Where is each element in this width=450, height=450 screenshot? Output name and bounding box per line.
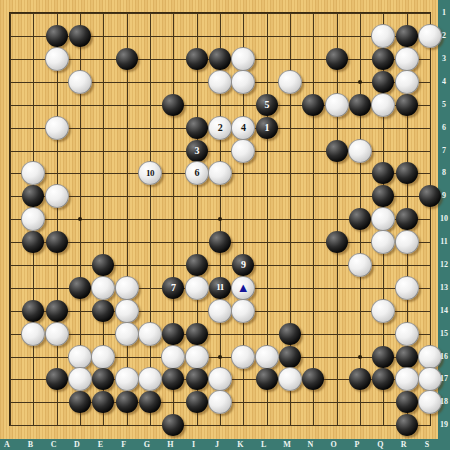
- column-label-H: H: [167, 441, 173, 449]
- row-label-3: 3: [442, 55, 446, 63]
- stone-H13[interactable]: 7: [162, 277, 184, 299]
- move-number-label: 1: [264, 123, 269, 133]
- stone-Q11[interactable]: [371, 230, 395, 254]
- grid-line-horizontal: [10, 425, 430, 426]
- row-label-11: 11: [440, 238, 448, 246]
- row-label-16: 16: [440, 353, 448, 361]
- stone-M15[interactable]: [279, 323, 301, 345]
- stone-N5[interactable]: [302, 94, 324, 116]
- stone-R19[interactable]: [396, 414, 418, 436]
- stone-J8[interactable]: [208, 161, 232, 185]
- stone-E18[interactable]: [92, 391, 114, 413]
- row-label-17: 17: [440, 375, 448, 383]
- stone-Q3[interactable]: [372, 48, 394, 70]
- stone-P10[interactable]: [349, 208, 371, 230]
- stone-P17[interactable]: [349, 368, 371, 390]
- stone-C15[interactable]: [45, 322, 69, 346]
- stone-S16[interactable]: [418, 345, 442, 369]
- stone-B11[interactable]: [22, 231, 44, 253]
- move-number-label: 9: [241, 260, 246, 270]
- column-label-O: O: [330, 441, 336, 449]
- stone-H19[interactable]: [162, 414, 184, 436]
- stone-I3[interactable]: [186, 48, 208, 70]
- stone-K13[interactable]: ▲: [231, 276, 255, 300]
- stone-R15[interactable]: [395, 322, 419, 346]
- column-label-D: D: [74, 441, 80, 449]
- move-number-label: 7: [171, 283, 176, 293]
- move-number-label: 11: [216, 283, 224, 292]
- stone-Q4[interactable]: [372, 71, 394, 93]
- stone-M4[interactable]: [278, 70, 302, 94]
- stone-C3[interactable]: [45, 47, 69, 71]
- stone-Q16[interactable]: [372, 346, 394, 368]
- column-label-I: I: [192, 441, 195, 449]
- stone-Q14[interactable]: [371, 299, 395, 323]
- stone-B10[interactable]: [21, 207, 45, 231]
- stone-F17[interactable]: [115, 367, 139, 391]
- stone-H15[interactable]: [162, 323, 184, 345]
- stone-B14[interactable]: [22, 300, 44, 322]
- stone-R5[interactable]: [396, 94, 418, 116]
- grid-line-horizontal: [10, 334, 430, 335]
- stone-R2[interactable]: [396, 25, 418, 47]
- stone-G15[interactable]: [138, 322, 162, 346]
- star-point: [358, 355, 362, 359]
- stone-G18[interactable]: [139, 391, 161, 413]
- stone-D18[interactable]: [69, 391, 91, 413]
- stone-K6[interactable]: 4: [231, 116, 255, 140]
- column-label-B: B: [28, 441, 33, 449]
- row-label-6: 6: [442, 124, 446, 132]
- stone-R11[interactable]: [395, 230, 419, 254]
- column-label-C: C: [51, 441, 57, 449]
- stone-C11[interactable]: [46, 231, 68, 253]
- go-board: 524131069711▲ ABCDEFGHIJKLMNOPQRS1234567…: [0, 0, 450, 450]
- stone-F13[interactable]: [115, 276, 139, 300]
- stone-R18[interactable]: [396, 391, 418, 413]
- stone-G17[interactable]: [138, 367, 162, 391]
- stone-J14[interactable]: [208, 299, 232, 323]
- grid-line-vertical: [337, 13, 338, 425]
- stone-C2[interactable]: [46, 25, 68, 47]
- stone-L5[interactable]: 5: [256, 94, 278, 116]
- stone-D2[interactable]: [69, 25, 91, 47]
- stone-H17[interactable]: [162, 368, 184, 390]
- stone-P5[interactable]: [349, 94, 371, 116]
- stone-Q5[interactable]: [371, 93, 395, 117]
- stone-Q2[interactable]: [371, 24, 395, 48]
- stone-C17[interactable]: [46, 368, 68, 390]
- row-label-7: 7: [442, 147, 446, 155]
- stone-R4[interactable]: [395, 70, 419, 94]
- stone-J17[interactable]: [208, 367, 232, 391]
- move-number-label: 2: [218, 123, 223, 133]
- row-label-14: 14: [440, 307, 448, 315]
- row-label-13: 13: [440, 284, 448, 292]
- stone-P12[interactable]: [348, 253, 372, 277]
- stone-J4[interactable]: [208, 70, 232, 94]
- stone-I7[interactable]: 3: [186, 140, 208, 162]
- stone-I15[interactable]: [186, 323, 208, 345]
- star-point: [218, 355, 222, 359]
- stone-R3[interactable]: [395, 47, 419, 71]
- stone-E17[interactable]: [92, 368, 114, 390]
- column-label-A: A: [4, 441, 10, 449]
- stone-D17[interactable]: [68, 367, 92, 391]
- stone-I16[interactable]: [185, 345, 209, 369]
- row-label-2: 2: [442, 32, 446, 40]
- stone-J3[interactable]: [209, 48, 231, 70]
- stone-E14[interactable]: [92, 300, 114, 322]
- row-label-1: 1: [442, 9, 446, 17]
- stone-K14[interactable]: [231, 299, 255, 323]
- stone-L6[interactable]: 1: [256, 117, 278, 139]
- stone-E16[interactable]: [91, 345, 115, 369]
- stone-H5[interactable]: [162, 94, 184, 116]
- stone-S17[interactable]: [418, 367, 442, 391]
- stone-P7[interactable]: [348, 139, 372, 163]
- stone-K7[interactable]: [231, 139, 255, 163]
- triangle-marker-icon: ▲: [237, 281, 250, 294]
- stone-L16[interactable]: [255, 345, 279, 369]
- move-number-label: 6: [194, 168, 199, 178]
- stone-R8[interactable]: [396, 162, 418, 184]
- stone-K4[interactable]: [231, 70, 255, 94]
- stone-K3[interactable]: [231, 47, 255, 71]
- stone-E13[interactable]: [91, 276, 115, 300]
- stone-Q10[interactable]: [371, 207, 395, 231]
- star-point: [78, 217, 82, 221]
- star-point: [218, 217, 222, 221]
- stone-I17[interactable]: [186, 368, 208, 390]
- stone-I18[interactable]: [186, 391, 208, 413]
- column-label-P: P: [354, 441, 359, 449]
- stone-C14[interactable]: [46, 300, 68, 322]
- column-label-L: L: [261, 441, 266, 449]
- stone-I6[interactable]: [186, 117, 208, 139]
- move-number-label: 3: [194, 146, 199, 156]
- stone-F15[interactable]: [115, 322, 139, 346]
- stone-I13[interactable]: [185, 276, 209, 300]
- stone-R10[interactable]: [396, 208, 418, 230]
- row-label-15: 15: [440, 330, 448, 338]
- column-label-S: S: [425, 441, 429, 449]
- row-label-9: 9: [442, 192, 446, 200]
- stone-C9[interactable]: [45, 184, 69, 208]
- stone-H16[interactable]: [161, 345, 185, 369]
- move-number-label: 5: [264, 100, 269, 110]
- grid-line-vertical: [313, 13, 314, 425]
- stone-J6[interactable]: 2: [208, 116, 232, 140]
- column-label-Q: Q: [377, 441, 383, 449]
- stone-Q9[interactable]: [372, 185, 394, 207]
- row-label-12: 12: [440, 261, 448, 269]
- row-label-18: 18: [440, 398, 448, 406]
- stone-M16[interactable]: [279, 346, 301, 368]
- row-label-10: 10: [440, 215, 448, 223]
- stone-O7[interactable]: [326, 140, 348, 162]
- stone-E12[interactable]: [92, 254, 114, 276]
- stone-C6[interactable]: [45, 116, 69, 140]
- stone-R17[interactable]: [395, 367, 419, 391]
- column-label-E: E: [98, 441, 103, 449]
- stone-D16[interactable]: [68, 345, 92, 369]
- stone-M17[interactable]: [278, 367, 302, 391]
- stone-O3[interactable]: [326, 48, 348, 70]
- move-number-label: 4: [241, 123, 246, 133]
- stone-B9[interactable]: [22, 185, 44, 207]
- row-label-19: 19: [440, 421, 448, 429]
- stone-Q17[interactable]: [372, 368, 394, 390]
- stone-D13[interactable]: [69, 277, 91, 299]
- stone-I8[interactable]: 6: [185, 161, 209, 185]
- stone-K16[interactable]: [231, 345, 255, 369]
- stone-O11[interactable]: [326, 231, 348, 253]
- column-label-R: R: [401, 441, 407, 449]
- column-label-M: M: [283, 441, 291, 449]
- column-label-J: J: [215, 441, 219, 449]
- stone-J18[interactable]: [208, 390, 232, 414]
- stone-Q8[interactable]: [372, 162, 394, 184]
- row-label-8: 8: [442, 169, 446, 177]
- stone-B15[interactable]: [21, 322, 45, 346]
- column-label-N: N: [307, 441, 313, 449]
- row-label-4: 4: [442, 78, 446, 86]
- column-label-F: F: [121, 441, 126, 449]
- stone-K12[interactable]: 9: [232, 254, 254, 276]
- stone-F3[interactable]: [116, 48, 138, 70]
- stone-O5[interactable]: [325, 93, 349, 117]
- stone-D4[interactable]: [68, 70, 92, 94]
- column-label-G: G: [144, 441, 150, 449]
- stone-F18[interactable]: [116, 391, 138, 413]
- stone-R16[interactable]: [396, 346, 418, 368]
- stone-I12[interactable]: [186, 254, 208, 276]
- stone-J11[interactable]: [209, 231, 231, 253]
- stone-S9[interactable]: [419, 185, 441, 207]
- star-point: [358, 80, 362, 84]
- stone-F14[interactable]: [115, 299, 139, 323]
- stone-G8[interactable]: 10: [138, 161, 162, 185]
- column-label-K: K: [237, 441, 243, 449]
- stone-N17[interactable]: [302, 368, 324, 390]
- stone-J13[interactable]: 11: [209, 277, 231, 299]
- stone-S18[interactable]: [418, 390, 442, 414]
- stone-R13[interactable]: [395, 276, 419, 300]
- row-label-5: 5: [442, 101, 446, 109]
- stone-L17[interactable]: [256, 368, 278, 390]
- stone-B8[interactable]: [21, 161, 45, 185]
- stone-S2[interactable]: [418, 24, 442, 48]
- move-number-label: 10: [146, 169, 154, 178]
